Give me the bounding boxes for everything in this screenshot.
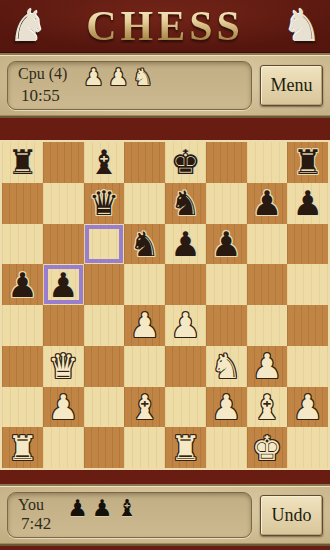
square-c2[interactable] [84,387,125,428]
black-pawn-piece[interactable]: ♟ [292,186,322,220]
chess-app: ♞ CHESS ♞ Cpu (4) 10:55 ♟♟♞ Menu ♜♝♚♜♛♞♟… [0,0,330,550]
captured-black-pawn-icon: ♟ [92,497,113,520]
square-f7[interactable] [206,183,247,224]
square-g2[interactable]: ♝ [247,387,288,428]
white-rook-piece[interactable]: ♜ [170,431,200,465]
white-pawn-piece[interactable]: ♟ [170,308,200,342]
captured-white-pawn-icon: ♟ [108,66,129,89]
square-c4[interactable] [84,305,125,346]
player-labels: You 7:42 [18,496,51,534]
white-pawn-piece[interactable]: ♟ [129,308,159,342]
black-pawn-piece[interactable]: ♟ [211,227,241,261]
undo-button[interactable]: Undo [260,495,323,536]
square-h7[interactable]: ♟ [287,183,328,224]
square-g5[interactable] [247,264,288,305]
square-f5[interactable] [206,264,247,305]
square-c8[interactable]: ♝ [84,142,125,183]
app-title: CHESS [47,5,282,47]
captured-by-player: ♟♟♝ [67,497,137,520]
white-pawn-piece[interactable]: ♟ [48,390,78,424]
black-king-piece[interactable]: ♚ [170,145,200,179]
opponent-clock: 10:55 [18,86,67,106]
square-f6[interactable]: ♟ [206,224,247,265]
square-e2[interactable] [165,387,206,428]
square-d8[interactable] [124,142,165,183]
player-name: You [18,496,51,514]
white-pawn-piece[interactable]: ♟ [292,390,322,424]
square-e7[interactable]: ♞ [165,183,206,224]
square-h2[interactable]: ♟ [287,387,328,428]
white-pawn-piece[interactable]: ♟ [252,349,282,383]
square-e5[interactable] [165,264,206,305]
square-f2[interactable]: ♟ [206,387,247,428]
opponent-info-inset: Cpu (4) 10:55 ♟♟♞ [7,61,252,110]
square-e8[interactable]: ♚ [165,142,206,183]
board-grid: ♜♝♚♜♛♞♟♟♞♟♟♟♟♟♟♛♞♟♟♝♟♝♟♜♜♚ [2,142,328,468]
square-h4[interactable] [287,305,328,346]
square-d1[interactable] [124,427,165,468]
square-d5[interactable] [124,264,165,305]
square-b2[interactable]: ♟ [43,387,84,428]
white-knight-piece[interactable]: ♞ [211,349,241,383]
square-a2[interactable] [2,387,43,428]
square-e1[interactable]: ♜ [165,427,206,468]
opponent-labels: Cpu (4) 10:55 [18,65,67,106]
square-e3[interactable] [165,346,206,387]
square-b1[interactable] [43,427,84,468]
white-bishop-piece[interactable]: ♝ [252,390,282,424]
square-b8[interactable] [43,142,84,183]
white-rook-piece[interactable]: ♜ [7,431,37,465]
square-f4[interactable] [206,305,247,346]
square-c7[interactable]: ♛ [84,183,125,224]
black-pawn-piece[interactable]: ♟ [252,186,282,220]
player-clock: 7:42 [18,514,51,534]
black-queen-piece[interactable]: ♛ [89,186,119,220]
square-g1[interactable]: ♚ [247,427,288,468]
captured-white-knight-icon: ♞ [133,66,154,89]
player-info-inset: You 7:42 ♟♟♝ [7,492,252,538]
black-pawn-piece[interactable]: ♟ [170,227,200,261]
square-f8[interactable] [206,142,247,183]
square-c1[interactable] [84,427,125,468]
black-knight-piece[interactable]: ♞ [170,186,200,220]
square-a1[interactable]: ♜ [2,427,43,468]
square-h6[interactable] [287,224,328,265]
black-knight-piece[interactable]: ♞ [129,227,159,261]
square-a4[interactable] [2,305,43,346]
captured-black-pawn-icon: ♟ [67,497,88,520]
square-a6[interactable] [2,224,43,265]
square-d7[interactable] [124,183,165,224]
title-bar: ♞ CHESS ♞ [0,0,330,53]
black-rook-piece[interactable]: ♜ [292,145,322,179]
square-c3[interactable] [84,346,125,387]
square-f1[interactable] [206,427,247,468]
square-d6[interactable]: ♞ [124,224,165,265]
square-d2[interactable]: ♝ [124,387,165,428]
black-pawn-piece[interactable]: ♟ [48,268,78,302]
black-rook-piece[interactable]: ♜ [7,145,37,179]
square-b5[interactable]: ♟ [43,264,84,305]
square-e6[interactable]: ♟ [165,224,206,265]
square-f3[interactable]: ♞ [206,346,247,387]
captured-black-bishop-icon: ♝ [116,497,137,520]
square-b6[interactable] [43,224,84,265]
square-a7[interactable] [2,183,43,224]
white-king-piece[interactable]: ♚ [252,431,282,465]
square-b7[interactable] [43,183,84,224]
square-a8[interactable]: ♜ [2,142,43,183]
player-panel: You 7:42 ♟♟♝ Undo [0,484,330,546]
square-g6[interactable] [247,224,288,265]
square-h8[interactable]: ♜ [287,142,328,183]
square-d4[interactable]: ♟ [124,305,165,346]
square-a5[interactable]: ♟ [2,264,43,305]
square-h5[interactable] [287,264,328,305]
opponent-name: Cpu (4) [18,65,67,83]
square-g8[interactable] [247,142,288,183]
square-b3[interactable]: ♛ [43,346,84,387]
black-bishop-piece[interactable]: ♝ [89,145,119,179]
white-bishop-piece[interactable]: ♝ [129,390,159,424]
knight-logo-right-icon: ♞ [283,4,322,48]
chess-board: ♜♝♚♜♛♞♟♟♞♟♟♟♟♟♟♛♞♟♟♝♟♝♟♜♜♚ [0,140,330,470]
captured-white-pawn-icon: ♟ [83,66,104,89]
square-b4[interactable] [43,305,84,346]
square-c6[interactable] [84,224,125,265]
square-c5[interactable] [84,264,125,305]
square-g4[interactable] [247,305,288,346]
knight-logo-left-icon: ♞ [8,4,47,48]
square-h1[interactable] [287,427,328,468]
white-pawn-piece[interactable]: ♟ [211,390,241,424]
square-h3[interactable] [287,346,328,387]
square-g3[interactable]: ♟ [247,346,288,387]
opponent-panel: Cpu (4) 10:55 ♟♟♞ Menu [0,53,330,118]
square-e4[interactable]: ♟ [165,305,206,346]
captured-by-opponent: ♟♟♞ [83,66,153,89]
menu-button[interactable]: Menu [260,65,323,106]
square-a3[interactable] [2,346,43,387]
black-pawn-piece[interactable]: ♟ [7,268,37,302]
square-d3[interactable] [124,346,165,387]
white-queen-piece[interactable]: ♛ [48,349,78,383]
square-g7[interactable]: ♟ [247,183,288,224]
